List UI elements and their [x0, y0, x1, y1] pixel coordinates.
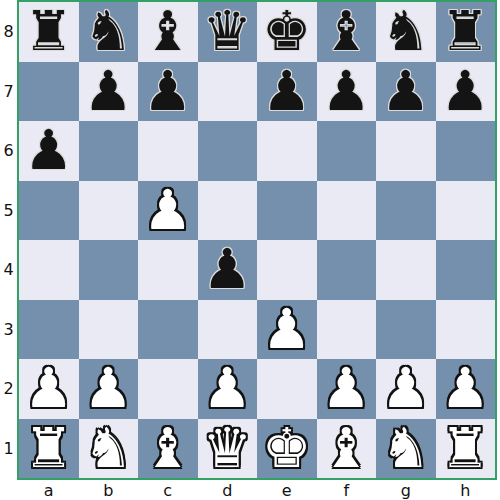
square-d3[interactable] [198, 300, 258, 360]
square-c4[interactable] [138, 240, 198, 300]
file-label-c: c [138, 481, 198, 500]
square-d1[interactable]: ♛ [198, 419, 258, 479]
piece-white-pawn[interactable]: ♟ [143, 183, 192, 238]
square-a8[interactable]: ♜ [19, 2, 79, 62]
piece-black-pawn[interactable]: ♟ [24, 123, 73, 178]
square-h3[interactable] [436, 300, 496, 360]
rank-labels: 87654321 [0, 2, 17, 478]
square-f3[interactable] [317, 300, 377, 360]
chess-board: ♜♞♝♛♚♝♞♜♟♟♟♟♟♟♟♟♟♟♟♟♟♟♟♟♜♞♝♛♚♝♞♜ [19, 2, 495, 478]
square-h6[interactable] [436, 121, 496, 181]
square-b3[interactable] [79, 300, 139, 360]
square-c2[interactable] [138, 359, 198, 419]
square-a7[interactable] [19, 62, 79, 122]
square-e7[interactable]: ♟ [257, 62, 317, 122]
square-c8[interactable]: ♝ [138, 2, 198, 62]
square-b8[interactable]: ♞ [79, 2, 139, 62]
piece-white-queen[interactable]: ♛ [203, 421, 252, 476]
rank-label-2: 2 [0, 359, 17, 419]
square-c5[interactable]: ♟ [138, 181, 198, 241]
square-f1[interactable]: ♝ [317, 419, 377, 479]
rank-label-3: 3 [0, 300, 17, 360]
file-label-d: d [198, 481, 258, 500]
file-label-b: b [79, 481, 139, 500]
square-h2[interactable]: ♟ [436, 359, 496, 419]
piece-white-pawn[interactable]: ♟ [84, 361, 133, 416]
square-g3[interactable] [376, 300, 436, 360]
square-g4[interactable] [376, 240, 436, 300]
rank-label-7: 7 [0, 62, 17, 122]
square-b1[interactable]: ♞ [79, 419, 139, 479]
square-a5[interactable] [19, 181, 79, 241]
piece-black-rook[interactable]: ♜ [24, 4, 73, 59]
file-label-h: h [436, 481, 496, 500]
square-a4[interactable] [19, 240, 79, 300]
piece-black-pawn[interactable]: ♟ [84, 64, 133, 119]
piece-white-bishop[interactable]: ♝ [322, 421, 371, 476]
file-label-g: g [376, 481, 436, 500]
square-b6[interactable] [79, 121, 139, 181]
square-g8[interactable]: ♞ [376, 2, 436, 62]
square-b5[interactable] [79, 181, 139, 241]
rank-label-1: 1 [0, 419, 17, 479]
square-e6[interactable] [257, 121, 317, 181]
piece-white-knight[interactable]: ♞ [84, 421, 133, 476]
square-d8[interactable]: ♛ [198, 2, 258, 62]
piece-black-pawn[interactable]: ♟ [322, 64, 371, 119]
square-e2[interactable] [257, 359, 317, 419]
square-a6[interactable]: ♟ [19, 121, 79, 181]
board-frame: ♜♞♝♛♚♝♞♜♟♟♟♟♟♟♟♟♟♟♟♟♟♟♟♟♜♞♝♛♚♝♞♜ [17, 0, 497, 480]
piece-white-knight[interactable]: ♞ [381, 421, 430, 476]
piece-black-pawn[interactable]: ♟ [441, 64, 490, 119]
square-c6[interactable] [138, 121, 198, 181]
piece-black-pawn[interactable]: ♟ [262, 64, 311, 119]
square-a1[interactable]: ♜ [19, 419, 79, 479]
square-h8[interactable]: ♜ [436, 2, 496, 62]
piece-white-pawn[interactable]: ♟ [322, 361, 371, 416]
square-f4[interactable] [317, 240, 377, 300]
square-g5[interactable] [376, 181, 436, 241]
piece-white-king[interactable]: ♚ [262, 421, 311, 476]
square-g2[interactable]: ♟ [376, 359, 436, 419]
piece-white-pawn[interactable]: ♟ [203, 361, 252, 416]
square-d7[interactable] [198, 62, 258, 122]
piece-white-pawn[interactable]: ♟ [24, 361, 73, 416]
square-g6[interactable] [376, 121, 436, 181]
square-e8[interactable]: ♚ [257, 2, 317, 62]
rank-label-6: 6 [0, 121, 17, 181]
piece-black-king[interactable]: ♚ [262, 4, 311, 59]
piece-white-rook[interactable]: ♜ [24, 421, 73, 476]
square-b7[interactable]: ♟ [79, 62, 139, 122]
square-h1[interactable]: ♜ [436, 419, 496, 479]
square-c1[interactable]: ♝ [138, 419, 198, 479]
square-a3[interactable] [19, 300, 79, 360]
piece-white-bishop[interactable]: ♝ [143, 421, 192, 476]
square-c7[interactable]: ♟ [138, 62, 198, 122]
square-d6[interactable] [198, 121, 258, 181]
square-h5[interactable] [436, 181, 496, 241]
square-h4[interactable] [436, 240, 496, 300]
file-labels: abcdefgh [19, 481, 495, 500]
piece-white-pawn[interactable]: ♟ [381, 361, 430, 416]
file-label-e: e [257, 481, 317, 500]
square-f8[interactable]: ♝ [317, 2, 377, 62]
square-d2[interactable]: ♟ [198, 359, 258, 419]
piece-black-queen[interactable]: ♛ [203, 4, 252, 59]
piece-black-knight[interactable]: ♞ [381, 4, 430, 59]
square-e3[interactable]: ♟ [257, 300, 317, 360]
piece-black-pawn[interactable]: ♟ [381, 64, 430, 119]
square-d4[interactable]: ♟ [198, 240, 258, 300]
piece-black-bishop[interactable]: ♝ [143, 4, 192, 59]
square-b4[interactable] [79, 240, 139, 300]
square-g7[interactable]: ♟ [376, 62, 436, 122]
rank-label-8: 8 [0, 2, 17, 62]
rank-label-4: 4 [0, 240, 17, 300]
piece-black-bishop[interactable]: ♝ [322, 4, 371, 59]
square-g1[interactable]: ♞ [376, 419, 436, 479]
square-c3[interactable] [138, 300, 198, 360]
piece-black-pawn[interactable]: ♟ [203, 242, 252, 297]
square-b2[interactable]: ♟ [79, 359, 139, 419]
file-label-a: a [19, 481, 79, 500]
piece-black-rook[interactable]: ♜ [441, 4, 490, 59]
rank-label-5: 5 [0, 181, 17, 241]
piece-white-rook[interactable]: ♜ [441, 421, 490, 476]
square-e5[interactable] [257, 181, 317, 241]
chess-board-diagram: 87654321 ♜♞♝♛♚♝♞♜♟♟♟♟♟♟♟♟♟♟♟♟♟♟♟♟♜♞♝♛♚♝♞… [0, 0, 500, 500]
square-f5[interactable] [317, 181, 377, 241]
square-f7[interactable]: ♟ [317, 62, 377, 122]
square-f2[interactable]: ♟ [317, 359, 377, 419]
square-e4[interactable] [257, 240, 317, 300]
piece-white-pawn[interactable]: ♟ [441, 361, 490, 416]
piece-black-pawn[interactable]: ♟ [143, 64, 192, 119]
square-e1[interactable]: ♚ [257, 419, 317, 479]
piece-white-pawn[interactable]: ♟ [262, 302, 311, 357]
square-f6[interactable] [317, 121, 377, 181]
file-label-f: f [317, 481, 377, 500]
square-a2[interactable]: ♟ [19, 359, 79, 419]
square-h7[interactable]: ♟ [436, 62, 496, 122]
square-d5[interactable] [198, 181, 258, 241]
piece-black-knight[interactable]: ♞ [84, 4, 133, 59]
